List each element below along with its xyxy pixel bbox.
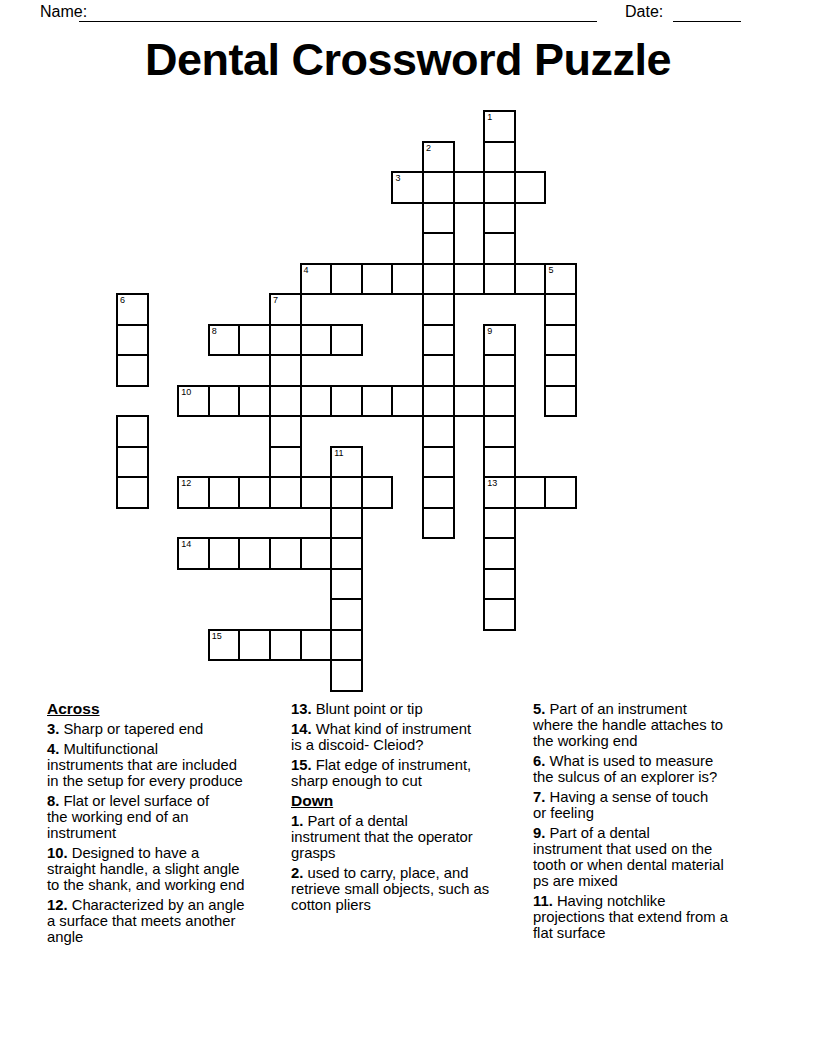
- grid-cell-r6c5[interactable]: 7: [269, 293, 302, 326]
- clue-1: 1. Part of a dental instrument that the …: [291, 813, 531, 861]
- clue-number-14: 14: [181, 539, 191, 549]
- grid-cell-r14c5[interactable]: [269, 537, 302, 570]
- grid-cell-r17c3[interactable]: 15: [208, 629, 241, 662]
- grid-cell-r5c8[interactable]: [361, 263, 394, 296]
- grid-cell-r13c7[interactable]: [330, 507, 363, 540]
- clue-text: Having a sense of touch or feeling: [533, 789, 708, 821]
- grid-cell-r11c5[interactable]: [269, 446, 302, 479]
- clue-number-label: 4.: [47, 741, 59, 757]
- grid-cell-r16c12[interactable]: [483, 598, 516, 631]
- grid-cell-r9c7[interactable]: [330, 385, 363, 418]
- grid-cell-r9c10[interactable]: [422, 385, 455, 418]
- grid-cell-r7c14[interactable]: [544, 324, 577, 357]
- grid-cell-r5c10[interactable]: [422, 263, 455, 296]
- grid-cell-r9c3[interactable]: [208, 385, 241, 418]
- grid-cell-r2c10[interactable]: [422, 171, 455, 204]
- grid-cell-r17c4[interactable]: [238, 629, 271, 662]
- grid-cell-r5c12[interactable]: [483, 263, 516, 296]
- clue-14: 14. What kind of instrument is a discoid…: [291, 721, 531, 753]
- grid-cell-r6c0[interactable]: 6: [116, 293, 149, 326]
- clue-number-label: 2.: [291, 865, 303, 881]
- down-heading: Down: [291, 793, 531, 809]
- grid-cell-r9c9[interactable]: [391, 385, 424, 418]
- grid-cell-r3c12[interactable]: [483, 202, 516, 235]
- clue-5: 5. Part of an instrument where the handl…: [533, 701, 793, 749]
- grid-cell-r1c12[interactable]: [483, 141, 516, 174]
- clue-number-label: 9.: [533, 825, 545, 841]
- clue-number-12: 12: [181, 478, 191, 488]
- clue-13: 13. Blunt point or tip: [291, 701, 531, 717]
- clue-number-label: 5.: [533, 701, 545, 717]
- clue-number-6: 6: [120, 295, 125, 305]
- grid-cell-r17c5[interactable]: [269, 629, 302, 662]
- grid-cell-r7c5[interactable]: [269, 324, 302, 357]
- grid-cell-r12c2[interactable]: 12: [177, 476, 210, 509]
- clue-number-label: 12.: [47, 897, 68, 913]
- grid-cell-r11c0[interactable]: [116, 446, 149, 479]
- grid-cell-r8c12[interactable]: [483, 354, 516, 387]
- grid-cell-r5c7[interactable]: [330, 263, 363, 296]
- clue-11: 11. Having notchlike projections that ex…: [533, 893, 793, 941]
- clue-text: What kind of instrument is a discoid- Cl…: [291, 721, 471, 753]
- clue-number-label: 15.: [291, 757, 312, 773]
- grid-cell-r5c6[interactable]: 4: [300, 263, 333, 296]
- clue-text: Part of a dental instrument that the ope…: [291, 813, 473, 861]
- grid-cell-r9c14[interactable]: [544, 385, 577, 418]
- grid-cell-r3c10[interactable]: [422, 202, 455, 235]
- clue-text: Characterized by an angle a surface that…: [47, 897, 244, 945]
- clues-column-2: 13. Blunt point or tip14. What kind of i…: [291, 701, 531, 917]
- grid-cell-r7c10[interactable]: [422, 324, 455, 357]
- grid-cell-r12c5[interactable]: [269, 476, 302, 509]
- crossword-worksheet: { "game": "crossword", "title": "Dental …: [0, 0, 816, 1056]
- grid-cell-r12c14[interactable]: [544, 476, 577, 509]
- clue-text: Flat or level surface of the working end…: [47, 793, 209, 841]
- clue-text: used to carry, place, and retrieve small…: [291, 865, 489, 913]
- grid-cell-r12c4[interactable]: [238, 476, 271, 509]
- clue-9: 9. Part of a dental instrument that used…: [533, 825, 793, 889]
- grid-cell-r2c12[interactable]: [483, 171, 516, 204]
- grid-cell-r9c2[interactable]: 10: [177, 385, 210, 418]
- clue-number-label: 11.: [533, 893, 553, 909]
- clue-number-label: 14.: [291, 721, 312, 737]
- date-label: Date:: [625, 3, 663, 21]
- grid-cell-r10c10[interactable]: [422, 415, 455, 448]
- grid-cell-r8c0[interactable]: [116, 354, 149, 387]
- grid-cell-r17c6[interactable]: [300, 629, 333, 662]
- name-input-line[interactable]: [79, 4, 597, 22]
- clue-text: Part of an instrument where the handle a…: [533, 701, 723, 749]
- grid-cell-r12c10[interactable]: [422, 476, 455, 509]
- grid-cell-r11c10[interactable]: [422, 446, 455, 479]
- grid-cell-r12c8[interactable]: [361, 476, 394, 509]
- grid-cell-r1c10[interactable]: 2: [422, 141, 455, 174]
- grid-cell-r11c7[interactable]: 11: [330, 446, 363, 479]
- grid-cell-r7c7[interactable]: [330, 324, 363, 357]
- clue-text: Flat edge of instrument, sharp enough to…: [291, 757, 471, 789]
- grid-cell-r9c4[interactable]: [238, 385, 271, 418]
- clue-text: Having notchlike projections that extend…: [533, 893, 728, 941]
- clue-number-label: 13.: [291, 701, 312, 717]
- grid-cell-r14c4[interactable]: [238, 537, 271, 570]
- clue-number-7: 7: [273, 295, 278, 305]
- date-input-line[interactable]: [673, 4, 741, 22]
- clue-number-label: 7.: [533, 789, 545, 805]
- grid-cell-r12c3[interactable]: [208, 476, 241, 509]
- clue-number-1: 1: [487, 112, 492, 122]
- clue-6: 6. What is used to measure the sulcus of…: [533, 753, 793, 785]
- grid-cell-r7c3[interactable]: 8: [208, 324, 241, 357]
- clue-2: 2. used to carry, place, and retrieve sm…: [291, 865, 531, 913]
- clue-number-3: 3: [395, 173, 400, 183]
- grid-cell-r9c12[interactable]: [483, 385, 516, 418]
- grid-cell-r12c0[interactable]: [116, 476, 149, 509]
- clue-8: 8. Flat or level surface of the working …: [47, 793, 291, 841]
- clue-text: Designed to have a straight handle, a sl…: [47, 845, 244, 893]
- grid-cell-r5c14[interactable]: 5: [544, 263, 577, 296]
- grid-cell-r12c7[interactable]: [330, 476, 363, 509]
- grid-cell-r6c10[interactable]: [422, 293, 455, 326]
- grid-cell-r14c3[interactable]: [208, 537, 241, 570]
- clue-number-11: 11: [334, 448, 343, 458]
- grid-cell-r13c10[interactable]: [422, 507, 455, 540]
- grid-cell-r5c9[interactable]: [391, 263, 424, 296]
- clue-number-13: 13: [487, 478, 497, 488]
- clues-column-3: 5. Part of an instrument where the handl…: [533, 701, 793, 945]
- grid-cell-r2c11[interactable]: [453, 171, 486, 204]
- grid-cell-r9c11[interactable]: [453, 385, 486, 418]
- clue-15: 15. Flat edge of instrument, sharp enoug…: [291, 757, 531, 789]
- grid-cell-r14c12[interactable]: [483, 537, 516, 570]
- clue-text: Part of a dental instrument that used on…: [533, 825, 724, 889]
- grid-cell-r18c7[interactable]: [330, 659, 363, 692]
- page-title: Dental Crossword Puzzle: [0, 33, 816, 87]
- clue-text: What is used to measure the sulcus of an…: [533, 753, 717, 785]
- grid-cell-r6c14[interactable]: [544, 293, 577, 326]
- clue-number-label: 10.: [47, 845, 68, 861]
- grid-cell-r5c11[interactable]: [453, 263, 486, 296]
- crossword-grid: 123456789101112131415: [116, 110, 576, 691]
- grid-cell-r8c14[interactable]: [544, 354, 577, 387]
- clue-text: Sharp or tapered end: [63, 721, 203, 737]
- clue-number-label: 8.: [47, 793, 59, 809]
- clue-text: Blunt point or tip: [316, 701, 423, 717]
- grid-cell-r8c10[interactable]: [422, 354, 455, 387]
- grid-cell-r2c13[interactable]: [514, 171, 547, 204]
- clue-number-5: 5: [548, 265, 553, 275]
- clue-number-label: 3.: [47, 721, 59, 737]
- grid-cell-r8c5[interactable]: [269, 354, 302, 387]
- grid-cell-r10c0[interactable]: [116, 415, 149, 448]
- clue-12: 12. Characterized by an angle a surface …: [47, 897, 291, 945]
- clues-column-1: Across3. Sharp or tapered end4. Multifun…: [47, 701, 291, 949]
- grid-cell-r15c7[interactable]: [330, 568, 363, 601]
- clue-number-10: 10: [181, 387, 191, 397]
- grid-cell-r5c13[interactable]: [514, 263, 547, 296]
- clue-number-label: 6.: [533, 753, 545, 769]
- clue-number-2: 2: [426, 143, 431, 153]
- clue-text: Multifunctional instruments that are inc…: [47, 741, 243, 789]
- grid-cell-r4c12[interactable]: [483, 232, 516, 265]
- grid-cell-r0c12[interactable]: 1: [483, 110, 516, 143]
- grid-cell-r15c12[interactable]: [483, 568, 516, 601]
- clue-7: 7. Having a sense of touch or feeling: [533, 789, 793, 821]
- grid-cell-r7c0[interactable]: [116, 324, 149, 357]
- across-heading: Across: [47, 701, 291, 717]
- clue-number-15: 15: [212, 631, 222, 641]
- clue-number-9: 9: [487, 326, 492, 336]
- clue-10: 10. Designed to have a straight handle, …: [47, 845, 291, 893]
- clue-number-8: 8: [212, 326, 217, 336]
- grid-cell-r17c7[interactable]: [330, 629, 363, 662]
- grid-cell-r12c6[interactable]: [300, 476, 333, 509]
- clue-number-4: 4: [304, 265, 309, 275]
- grid-cell-r7c4[interactable]: [238, 324, 271, 357]
- grid-cell-r9c6[interactable]: [300, 385, 333, 418]
- grid-cell-r12c12[interactable]: 13: [483, 476, 516, 509]
- clue-number-label: 1.: [291, 813, 303, 829]
- clue-4: 4. Multifunctional instruments that are …: [47, 741, 291, 789]
- grid-cell-r4c10[interactable]: [422, 232, 455, 265]
- grid-cell-r14c7[interactable]: [330, 537, 363, 570]
- grid-cell-r14c2[interactable]: 14: [177, 537, 210, 570]
- grid-cell-r10c5[interactable]: [269, 415, 302, 448]
- grid-cell-r12c13[interactable]: [514, 476, 547, 509]
- grid-cell-r9c5[interactable]: [269, 385, 302, 418]
- grid-cell-r10c12[interactable]: [483, 415, 516, 448]
- grid-cell-r9c8[interactable]: [361, 385, 394, 418]
- grid-cell-r2c9[interactable]: 3: [391, 171, 424, 204]
- grid-cell-r7c12[interactable]: 9: [483, 324, 516, 357]
- grid-cell-r11c12[interactable]: [483, 446, 516, 479]
- grid-cell-r7c6[interactable]: [300, 324, 333, 357]
- grid-cell-r13c12[interactable]: [483, 507, 516, 540]
- clue-3: 3. Sharp or tapered end: [47, 721, 291, 737]
- grid-cell-r14c6[interactable]: [300, 537, 333, 570]
- grid-cell-r16c7[interactable]: [330, 598, 363, 631]
